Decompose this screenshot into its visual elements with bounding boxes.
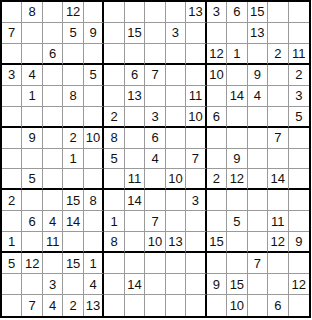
given-digit: 5 [233,215,240,228]
given-digit: 9 [233,152,240,165]
cell-r1c2[interactable]: 8 [22,2,42,23]
cell-r3c7[interactable] [125,44,145,65]
cell-r10c10[interactable]: 3 [186,190,206,211]
given-digit: 1 [70,152,77,165]
cell-r9c8[interactable] [145,169,165,190]
cell-r12c13[interactable] [248,232,268,253]
cell-r10c13[interactable] [248,190,268,211]
cell-r14c8[interactable] [145,274,165,295]
given-digit: 3 [8,68,15,81]
cell-r2c12[interactable] [227,23,247,44]
cell-r11c5[interactable] [84,211,104,232]
given-digit: 3 [213,5,220,18]
cell-r6c11[interactable]: 6 [207,107,227,128]
cell-r13c8[interactable] [145,253,165,274]
cell-r9c12[interactable]: 12 [227,169,247,190]
cell-r14c7[interactable]: 14 [125,274,145,295]
cell-r15c1[interactable] [2,295,22,316]
cell-r13c14[interactable] [268,253,288,274]
cell-r7c5[interactable]: 10 [84,128,104,149]
cell-r7c4[interactable]: 2 [63,128,83,149]
cell-r7c1[interactable] [2,128,22,149]
given-digit: 10 [188,110,202,123]
given-digit: 14 [230,89,244,102]
cell-r3c1[interactable] [2,44,22,65]
cell-r8c9[interactable] [166,149,186,170]
cell-r5c14[interactable] [268,86,288,107]
cell-r10c4[interactable]: 15 [63,190,83,211]
cell-r4c11[interactable]: 10 [207,65,227,86]
given-digit: 15 [250,5,264,18]
cell-r5c1[interactable] [2,86,22,107]
given-digit: 10 [86,131,100,144]
given-digit: 13 [127,89,141,102]
cell-r9c4[interactable] [63,169,83,190]
cell-r3c8[interactable] [145,44,165,65]
cell-r2c7[interactable]: 15 [125,23,145,44]
given-digit: 1 [89,257,96,270]
cell-r14c12[interactable]: 15 [227,274,247,295]
cell-r4c3[interactable] [43,65,63,86]
cell-r15c9[interactable] [166,295,186,316]
cell-r14c10[interactable] [186,274,206,295]
cell-r10c15[interactable] [289,190,309,211]
cell-r10c14[interactable] [268,190,288,211]
given-digit: 11 [46,235,60,248]
cell-r14c11[interactable]: 9 [207,274,227,295]
given-digit: 3 [192,194,199,207]
cell-r4c12[interactable] [227,65,247,86]
given-digit: 8 [110,131,117,144]
cell-r13c2[interactable]: 12 [22,253,42,274]
cell-r4c5[interactable]: 5 [84,65,104,86]
cell-r1c14[interactable] [268,2,288,23]
cell-r3c3[interactable]: 6 [43,44,63,65]
cell-r3c10[interactable] [186,44,206,65]
cell-r13c9[interactable] [166,253,186,274]
given-digit: 6 [233,5,240,18]
cell-r13c15[interactable] [289,253,309,274]
cell-r15c12[interactable]: 10 [227,295,247,316]
cell-r2c4[interactable]: 5 [63,23,83,44]
given-digit: 5 [8,257,15,270]
cell-r10c7[interactable]: 14 [125,190,145,211]
cell-r9c2[interactable]: 5 [22,169,42,190]
cell-r9c3[interactable] [43,169,63,190]
cell-r12c8[interactable]: 10 [145,232,165,253]
cell-r10c8[interactable] [145,190,165,211]
cell-r2c3[interactable] [43,23,63,44]
given-digit: 7 [8,26,15,39]
cell-r14c3[interactable]: 3 [43,274,63,295]
given-digit: 2 [213,172,220,185]
given-digit: 3 [172,26,179,39]
cell-r12c11[interactable]: 15 [207,232,227,253]
given-digit: 6 [131,68,138,81]
cell-r8c2[interactable] [22,149,42,170]
cell-r15c2[interactable]: 7 [22,295,42,316]
cell-r13c7[interactable] [125,253,145,274]
cell-r14c5[interactable]: 4 [84,274,104,295]
given-digit: 13 [250,26,264,39]
cell-r6c7[interactable] [125,107,145,128]
cell-r7c11[interactable] [207,128,227,149]
given-digit: 10 [209,68,223,81]
given-digit: 10 [148,235,162,248]
cell-r11c6[interactable]: 1 [104,211,124,232]
cell-r1c5[interactable] [84,2,104,23]
given-digit: 4 [89,278,96,291]
cell-r12c5[interactable] [84,232,104,253]
cell-r4c14[interactable] [268,65,288,86]
given-digit: 10 [230,299,244,312]
cell-r1c15[interactable] [289,2,309,23]
cell-r8c8[interactable]: 4 [145,149,165,170]
cell-r5c4[interactable]: 8 [63,86,83,107]
cell-r6c12[interactable] [227,107,247,128]
cell-r9c13[interactable] [248,169,268,190]
cell-r14c15[interactable]: 12 [289,274,309,295]
given-digit: 8 [29,5,36,18]
cell-r1c4[interactable]: 12 [63,2,83,23]
cell-r2c8[interactable] [145,23,165,44]
cell-r4c15[interactable]: 2 [289,65,309,86]
cell-r4c13[interactable]: 9 [248,65,268,86]
cell-r12c7[interactable] [125,232,145,253]
given-digit: 9 [89,26,96,39]
cell-r7c6[interactable]: 8 [104,128,124,149]
cell-r6c5[interactable] [84,107,104,128]
cell-r4c10[interactable] [186,65,206,86]
cell-r12c1[interactable]: 1 [2,232,22,253]
given-digit: 6 [29,215,36,228]
cell-r5c5[interactable] [84,86,104,107]
cell-r6c1[interactable] [2,107,22,128]
cell-r10c3[interactable] [43,190,63,211]
cell-r2c14[interactable] [268,23,288,44]
given-digit: 7 [274,131,281,144]
cell-r8c5[interactable] [84,149,104,170]
cell-r1c11[interactable]: 3 [207,2,227,23]
cell-r4c4[interactable] [63,65,83,86]
cell-r5c11[interactable] [207,86,227,107]
cell-r15c13[interactable] [248,295,268,316]
cell-r11c2[interactable]: 6 [22,211,42,232]
cell-r15c8[interactable] [145,295,165,316]
cell-r9c14[interactable]: 14 [268,169,288,190]
cell-r8c7[interactable] [125,149,145,170]
given-digit: 4 [29,68,36,81]
cell-r6c2[interactable] [22,107,42,128]
cell-r9c7[interactable]: 11 [125,169,145,190]
cell-r8c14[interactable] [268,149,288,170]
cell-r1c3[interactable] [43,2,63,23]
cell-r11c1[interactable] [2,211,22,232]
cell-r14c6[interactable] [104,274,124,295]
given-digit: 1 [110,215,117,228]
cell-r3c2[interactable] [22,44,42,65]
cell-r2c9[interactable]: 3 [166,23,186,44]
cell-r10c5[interactable]: 8 [84,190,104,211]
given-digit: 2 [274,47,281,60]
cell-r8c10[interactable]: 7 [186,149,206,170]
cell-r8c1[interactable] [2,149,22,170]
cell-r6c3[interactable] [43,107,63,128]
given-digit: 3 [49,278,56,291]
cell-r11c14[interactable]: 11 [268,211,288,232]
cell-r1c9[interactable] [166,2,186,23]
cell-r15c11[interactable] [207,295,227,316]
given-digit: 2 [70,131,77,144]
cell-r11c10[interactable] [186,211,206,232]
cell-r11c13[interactable] [248,211,268,232]
cell-r12c2[interactable] [22,232,42,253]
cell-r2c5[interactable]: 9 [84,23,104,44]
cell-r15c5[interactable]: 13 [84,295,104,316]
given-digit: 14 [271,172,285,185]
cell-r1c13[interactable]: 15 [248,2,268,23]
cell-r8c13[interactable] [248,149,268,170]
cell-r10c2[interactable] [22,190,42,211]
cell-r8c3[interactable] [43,149,63,170]
cell-r15c10[interactable] [186,295,206,316]
given-digit: 9 [29,131,36,144]
cell-r5c2[interactable]: 1 [22,86,42,107]
cell-r7c2[interactable]: 9 [22,128,42,149]
cell-r10c11[interactable] [207,190,227,211]
cell-r13c13[interactable]: 7 [248,253,268,274]
cell-r9c5[interactable] [84,169,104,190]
cell-r12c15[interactable]: 9 [289,232,309,253]
cell-r4c9[interactable] [166,65,186,86]
cell-r3c5[interactable] [84,44,104,65]
cell-r11c9[interactable] [166,211,186,232]
cell-r13c12[interactable] [227,253,247,274]
given-digit: 5 [70,26,77,39]
given-digit: 4 [49,299,56,312]
cell-r13c11[interactable] [207,253,227,274]
cell-r6c15[interactable]: 5 [289,107,309,128]
cell-r1c10[interactable]: 13 [186,2,206,23]
cell-r8c6[interactable]: 5 [104,149,124,170]
cell-r9c11[interactable]: 2 [207,169,227,190]
given-digit: 6 [151,131,158,144]
cell-r13c6[interactable] [104,253,124,274]
cell-r6c6[interactable]: 2 [104,107,124,128]
cell-r6c9[interactable] [166,107,186,128]
given-digit: 5 [295,110,302,123]
given-digit: 2 [8,194,15,207]
cell-r9c15[interactable] [289,169,309,190]
cell-r2c15[interactable] [289,23,309,44]
cell-r13c4[interactable]: 15 [63,253,83,274]
cell-r10c1[interactable]: 2 [2,190,22,211]
cell-r1c8[interactable] [145,2,165,23]
given-digit: 2 [110,110,117,123]
given-digit: 4 [254,89,261,102]
cell-r7c3[interactable] [43,128,63,149]
given-digit: 8 [110,235,117,248]
cell-r10c12[interactable] [227,190,247,211]
cell-r14c1[interactable] [2,274,22,295]
given-digit: 11 [189,89,203,102]
cell-r15c14[interactable]: 6 [268,295,288,316]
cell-r12c9[interactable]: 13 [166,232,186,253]
cell-r8c12[interactable]: 9 [227,149,247,170]
given-digit: 10 [168,172,182,185]
cell-r12c10[interactable] [186,232,206,253]
cell-r11c7[interactable] [125,211,145,232]
given-digit: 11 [292,47,306,60]
given-digit: 15 [230,278,244,291]
cell-r14c14[interactable] [268,274,288,295]
cell-r12c12[interactable] [227,232,247,253]
cell-r3c12[interactable]: 1 [227,44,247,65]
given-digit: 8 [89,194,96,207]
cell-r11c11[interactable] [207,211,227,232]
given-digit: 8 [70,89,77,102]
cell-r2c6[interactable] [104,23,124,44]
cell-r3c14[interactable]: 2 [268,44,288,65]
given-digit: 6 [274,299,281,312]
cell-r2c13[interactable]: 13 [248,23,268,44]
sudoku-board: 8121336157591531361212113456710921813111… [0,0,311,318]
given-digit: 14 [127,278,141,291]
given-digit: 14 [66,215,80,228]
cell-r3c9[interactable] [166,44,186,65]
cell-r6c14[interactable] [268,107,288,128]
cell-r5c7[interactable]: 13 [125,86,145,107]
cell-r13c10[interactable] [186,253,206,274]
cell-r10c6[interactable] [104,190,124,211]
given-digit: 12 [230,172,244,185]
given-digit: 4 [49,215,56,228]
cell-r2c1[interactable]: 7 [2,23,22,44]
cell-r9c6[interactable] [104,169,124,190]
cell-r7c12[interactable] [227,128,247,149]
given-digit: 9 [213,278,220,291]
cell-r15c7[interactable] [125,295,145,316]
given-digit: 11 [128,172,142,185]
given-digit: 1 [233,47,240,60]
cell-r8c11[interactable] [207,149,227,170]
given-digit: 1 [8,235,15,248]
cell-r6c4[interactable] [63,107,83,128]
cell-r10c9[interactable] [166,190,186,211]
given-digit: 7 [254,257,261,270]
cell-r13c5[interactable]: 1 [84,253,104,274]
given-digit: 15 [66,257,80,270]
cell-r1c12[interactable]: 6 [227,2,247,23]
cell-r5c12[interactable]: 14 [227,86,247,107]
cell-r3c11[interactable]: 12 [207,44,227,65]
cell-r7c8[interactable]: 6 [145,128,165,149]
given-digit: 12 [25,257,39,270]
cell-r5c3[interactable] [43,86,63,107]
cell-r7c9[interactable] [166,128,186,149]
cell-r11c15[interactable] [289,211,309,232]
cell-r9c1[interactable] [2,169,22,190]
cell-r8c15[interactable] [289,149,309,170]
cell-r4c2[interactable]: 4 [22,65,42,86]
cell-r14c2[interactable] [22,274,42,295]
cell-r14c9[interactable] [166,274,186,295]
cell-r12c3[interactable]: 11 [43,232,63,253]
cell-r5c8[interactable] [145,86,165,107]
cell-r12c6[interactable]: 8 [104,232,124,253]
given-digit: 14 [127,194,141,207]
cell-r9c9[interactable]: 10 [166,169,186,190]
cell-r14c4[interactable] [63,274,83,295]
given-digit: 1 [29,89,36,102]
cell-r8c4[interactable]: 1 [63,149,83,170]
cell-r3c4[interactable] [63,44,83,65]
cell-r12c14[interactable]: 12 [268,232,288,253]
cell-r1c1[interactable] [2,2,22,23]
cell-r9c10[interactable] [186,169,206,190]
cell-r4c1[interactable]: 3 [2,65,22,86]
cell-r4c8[interactable]: 7 [145,65,165,86]
given-digit: 2 [295,68,302,81]
cell-r13c1[interactable]: 5 [2,253,22,274]
cell-r2c11[interactable] [207,23,227,44]
given-digit: 6 [49,47,56,60]
cell-r15c3[interactable]: 4 [43,295,63,316]
cell-r7c7[interactable] [125,128,145,149]
cell-r11c4[interactable]: 14 [63,211,83,232]
cell-r4c7[interactable]: 6 [125,65,145,86]
given-digit: 9 [295,235,302,248]
cell-r15c6[interactable] [104,295,124,316]
cell-r3c15[interactable]: 11 [289,44,309,65]
cell-r11c8[interactable]: 7 [145,211,165,232]
cell-r4c6[interactable] [104,65,124,86]
cell-r7c10[interactable] [186,128,206,149]
cell-r7c14[interactable]: 7 [268,128,288,149]
given-digit: 12 [209,47,223,60]
cell-r6c13[interactable] [248,107,268,128]
cell-r2c2[interactable] [22,23,42,44]
cell-r5c9[interactable] [166,86,186,107]
given-digit: 13 [168,235,182,248]
cell-r3c13[interactable] [248,44,268,65]
cell-r6c10[interactable]: 10 [186,107,206,128]
cell-r1c6[interactable] [104,2,124,23]
given-digit: 12 [292,278,306,291]
cell-r1c7[interactable] [125,2,145,23]
cell-r3c6[interactable] [104,44,124,65]
cell-r7c13[interactable] [248,128,268,149]
cell-r12c4[interactable] [63,232,83,253]
cell-r14c13[interactable] [248,274,268,295]
cell-r11c12[interactable]: 5 [227,211,247,232]
given-digit: 7 [151,68,158,81]
given-digit: 9 [254,68,261,81]
cell-r5c13[interactable]: 4 [248,86,268,107]
cell-r15c15[interactable] [289,295,309,316]
cell-r5c6[interactable] [104,86,124,107]
cell-r13c3[interactable] [43,253,63,274]
cell-r11c3[interactable]: 4 [43,211,63,232]
cell-r6c8[interactable]: 3 [145,107,165,128]
cell-r5c10[interactable]: 11 [186,86,206,107]
cell-r7c15[interactable] [289,128,309,149]
cell-r15c4[interactable]: 2 [63,295,83,316]
cell-r2c10[interactable] [186,23,206,44]
given-digit: 6 [213,110,220,123]
given-digit: 7 [29,299,36,312]
cell-r5c15[interactable]: 3 [289,86,309,107]
